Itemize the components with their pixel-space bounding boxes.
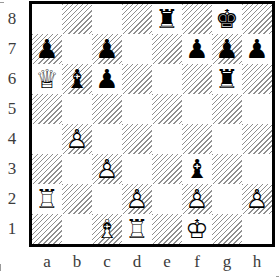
square-e1 [152,214,182,244]
square-e8: ♜ [152,4,182,34]
square-b4: ♟♙ [62,124,92,154]
file-label-a: a [32,249,62,275]
square-e7 [152,34,182,64]
square-c3: ♟♙ [92,154,122,184]
black-rook-g6: ♜ [212,64,242,94]
chess-diagram: 87654321 ♜♚♟♟♟♟♟♛♕♝♟♜♟♙♟♙♝♜♖♟♙♟♙♟♙♝♗♜♖♚♔… [0,0,279,279]
black-king-g8: ♚ [212,4,242,34]
file-label-f: f [182,249,212,275]
square-c4 [92,124,122,154]
piece-glyph: ♖ [122,214,152,244]
square-d5 [122,94,152,124]
square-h2: ♟♙ [242,184,272,214]
square-e2 [152,184,182,214]
piece-glyph: ♙ [122,184,152,214]
piece-glyph: ♔ [182,214,212,244]
white-pawn-c3: ♟♙ [92,154,122,184]
file-label-g: g [212,249,242,275]
square-g1 [212,214,242,244]
black-pawn-g7: ♟ [212,34,242,64]
crop-mark [0,2,4,3]
square-b1 [62,214,92,244]
square-b8 [62,4,92,34]
rank-label-6: 6 [0,64,24,94]
file-label-c: c [92,249,122,275]
square-f5 [182,94,212,124]
black-pawn-c7: ♟ [92,34,122,64]
piece-glyph: ♝ [62,64,92,94]
square-c8 [92,4,122,34]
white-pawn-h2: ♟♙ [242,184,272,214]
piece-glyph: ♗ [92,214,122,244]
square-f1: ♚♔ [182,214,212,244]
square-b7 [62,34,92,64]
piece-glyph: ♙ [62,124,92,154]
square-h4 [242,124,272,154]
square-d4 [122,124,152,154]
square-b5 [62,94,92,124]
square-e5 [152,94,182,124]
white-rook-a2: ♜♖ [32,184,62,214]
piece-glyph: ♜ [152,4,182,34]
square-f8 [182,4,212,34]
file-label-h: h [242,249,272,275]
rank-label-7: 7 [0,34,24,64]
square-c2 [92,184,122,214]
black-bishop-f3: ♝ [182,154,212,184]
piece-glyph: ♟ [92,34,122,64]
piece-glyph: ♟ [32,34,62,64]
file-label-b: b [62,249,92,275]
piece-glyph: ♟ [212,34,242,64]
square-h6 [242,64,272,94]
square-g3 [212,154,242,184]
square-a2: ♜♖ [32,184,62,214]
square-g2 [212,184,242,214]
square-a6: ♛♕ [32,64,62,94]
rank-label-5: 5 [0,94,24,124]
square-d3 [122,154,152,184]
square-b2 [62,184,92,214]
square-d8 [122,4,152,34]
square-a4 [32,124,62,154]
white-pawn-d2: ♟♙ [122,184,152,214]
crop-mark [276,276,279,277]
square-b6: ♝ [62,64,92,94]
rank-label-2: 2 [0,184,24,214]
square-h1 [242,214,272,244]
square-c1: ♝♗ [92,214,122,244]
square-c6: ♟ [92,64,122,94]
piece-glyph: ♚ [212,4,242,34]
square-e4 [152,124,182,154]
square-b3 [62,154,92,184]
file-label-d: d [122,249,152,275]
square-g5 [212,94,242,124]
square-g7: ♟ [212,34,242,64]
white-king-f1: ♚♔ [182,214,212,244]
square-h7: ♟ [242,34,272,64]
file-label-e: e [152,249,182,275]
chess-board: ♜♚♟♟♟♟♟♛♕♝♟♜♟♙♟♙♝♜♖♟♙♟♙♟♙♝♗♜♖♚♔ [29,1,275,247]
square-h3 [242,154,272,184]
white-pawn-b4: ♟♙ [62,124,92,154]
piece-glyph: ♙ [242,184,272,214]
square-f4 [182,124,212,154]
rank-label-3: 3 [0,154,24,184]
crop-mark [0,264,1,271]
square-d7 [122,34,152,64]
square-f2: ♟♙ [182,184,212,214]
piece-glyph: ♟ [242,34,272,64]
piece-glyph: ♝ [182,154,212,184]
square-a3 [32,154,62,184]
square-c5 [92,94,122,124]
piece-glyph: ♖ [32,184,62,214]
square-g4 [212,124,242,154]
piece-glyph: ♕ [32,64,62,94]
square-a7: ♟ [32,34,62,64]
black-pawn-c6: ♟ [92,64,122,94]
black-rook-e8: ♜ [152,4,182,34]
black-pawn-h7: ♟ [242,34,272,64]
piece-glyph: ♙ [182,184,212,214]
square-d2: ♟♙ [122,184,152,214]
square-g8: ♚ [212,4,242,34]
square-a1 [32,214,62,244]
white-pawn-f2: ♟♙ [182,184,212,214]
square-d1: ♜♖ [122,214,152,244]
square-f7: ♟ [182,34,212,64]
black-pawn-a7: ♟ [32,34,62,64]
square-a8 [32,4,62,34]
square-f6 [182,64,212,94]
square-c7: ♟ [92,34,122,64]
rank-label-1: 1 [0,214,24,244]
rank-label-8: 8 [0,4,24,34]
black-bishop-b6: ♝ [62,64,92,94]
black-pawn-f7: ♟ [182,34,212,64]
rank-label-4: 4 [0,124,24,154]
square-h8 [242,4,272,34]
white-bishop-c1: ♝♗ [92,214,122,244]
square-a5 [32,94,62,124]
white-rook-d1: ♜♖ [122,214,152,244]
square-e3 [152,154,182,184]
square-d6 [122,64,152,94]
square-f3: ♝ [182,154,212,184]
piece-glyph: ♜ [212,64,242,94]
piece-glyph: ♟ [182,34,212,64]
square-e6 [152,64,182,94]
piece-glyph: ♙ [92,154,122,184]
white-queen-a6: ♛♕ [32,64,62,94]
piece-glyph: ♟ [92,64,122,94]
square-h5 [242,94,272,124]
square-g6: ♜ [212,64,242,94]
